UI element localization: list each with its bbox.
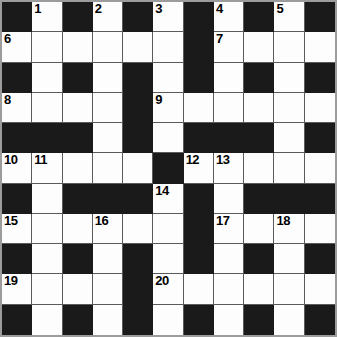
black-cell-r3c4: [123, 93, 153, 123]
black-cell-r0c8: [244, 2, 274, 32]
white-cell-r7c3[interactable]: 16: [93, 214, 123, 244]
white-cell-r5c0[interactable]: 10: [2, 153, 32, 183]
white-cell-r10c1[interactable]: [32, 305, 62, 335]
black-cell-r2c10: [305, 63, 335, 93]
white-cell-r7c1[interactable]: [32, 214, 62, 244]
white-cell-r4c3[interactable]: [93, 123, 123, 153]
clue-number-9: 9: [155, 93, 162, 107]
black-cell-r5c5: [153, 153, 183, 183]
black-cell-r0c10: [305, 2, 335, 32]
white-cell-r0c3[interactable]: 2: [93, 2, 123, 32]
white-cell-r6c5[interactable]: 14: [153, 184, 183, 214]
black-cell-r4c7: [214, 123, 244, 153]
white-cell-r1c3[interactable]: [93, 32, 123, 62]
white-cell-r5c6[interactable]: 12: [184, 153, 214, 183]
white-cell-r5c7[interactable]: 13: [214, 153, 244, 183]
black-cell-r0c4: [123, 2, 153, 32]
clue-number-16: 16: [95, 214, 108, 228]
white-cell-r1c7[interactable]: 7: [214, 32, 244, 62]
black-cell-r8c10: [305, 244, 335, 274]
clue-number-12: 12: [186, 153, 199, 167]
clue-number-14: 14: [155, 184, 168, 198]
black-cell-r2c6: [184, 63, 214, 93]
black-cell-r10c0: [2, 305, 32, 335]
white-cell-r5c4[interactable]: [123, 153, 153, 183]
clue-number-1: 1: [34, 2, 41, 16]
black-cell-r2c4: [123, 63, 153, 93]
black-cell-r6c2: [63, 184, 93, 214]
black-cell-r6c3: [93, 184, 123, 214]
black-cell-r4c4: [123, 123, 153, 153]
black-cell-r10c10: [305, 305, 335, 335]
white-cell-r9c9[interactable]: [274, 274, 304, 304]
white-cell-r7c5[interactable]: [153, 214, 183, 244]
white-cell-r6c1[interactable]: [32, 184, 62, 214]
black-cell-r4c6: [184, 123, 214, 153]
black-cell-r10c8: [244, 305, 274, 335]
clue-number-17: 17: [216, 214, 229, 228]
black-cell-r8c2: [63, 244, 93, 274]
white-cell-r3c8[interactable]: [244, 93, 274, 123]
white-cell-r7c10[interactable]: [305, 214, 335, 244]
white-cell-r3c2[interactable]: [63, 93, 93, 123]
black-cell-r0c0: [2, 2, 32, 32]
white-cell-r0c5[interactable]: 3: [153, 2, 183, 32]
white-cell-r3c10[interactable]: [305, 93, 335, 123]
white-cell-r4c9[interactable]: [274, 123, 304, 153]
white-cell-r0c9[interactable]: 5: [274, 2, 304, 32]
clue-number-15: 15: [4, 214, 17, 228]
black-cell-r9c4: [123, 274, 153, 304]
black-cell-r8c4: [123, 244, 153, 274]
white-cell-r9c8[interactable]: [244, 274, 274, 304]
white-cell-r9c10[interactable]: [305, 274, 335, 304]
clue-number-6: 6: [4, 32, 11, 46]
white-cell-r1c8[interactable]: [244, 32, 274, 62]
white-cell-r7c9[interactable]: 18: [274, 214, 304, 244]
white-cell-r3c7[interactable]: [214, 93, 244, 123]
black-cell-r0c2: [63, 2, 93, 32]
white-cell-r3c3[interactable]: [93, 93, 123, 123]
white-cell-r3c5[interactable]: 9: [153, 93, 183, 123]
clue-number-3: 3: [155, 2, 162, 16]
white-cell-r10c9[interactable]: [274, 305, 304, 335]
black-cell-r4c0: [2, 123, 32, 153]
white-cell-r7c8[interactable]: [244, 214, 274, 244]
white-cell-r1c0[interactable]: 6: [2, 32, 32, 62]
white-cell-r2c3[interactable]: [93, 63, 123, 93]
black-cell-r6c9: [274, 184, 304, 214]
white-cell-r9c7[interactable]: [214, 274, 244, 304]
white-cell-r5c9[interactable]: [274, 153, 304, 183]
black-cell-r1c6: [184, 32, 214, 62]
white-cell-r5c2[interactable]: [63, 153, 93, 183]
white-cell-r9c3[interactable]: [93, 274, 123, 304]
white-cell-r7c4[interactable]: [123, 214, 153, 244]
white-cell-r2c1[interactable]: [32, 63, 62, 93]
white-cell-r3c6[interactable]: [184, 93, 214, 123]
white-cell-r4c5[interactable]: [153, 123, 183, 153]
black-cell-r6c8: [244, 184, 274, 214]
black-cell-r2c2: [63, 63, 93, 93]
black-cell-r6c4: [123, 184, 153, 214]
black-cell-r8c8: [244, 244, 274, 274]
white-cell-r1c1[interactable]: [32, 32, 62, 62]
black-cell-r6c10: [305, 184, 335, 214]
white-cell-r5c3[interactable]: [93, 153, 123, 183]
white-cell-r1c10[interactable]: [305, 32, 335, 62]
black-cell-r4c2: [63, 123, 93, 153]
white-cell-r8c5[interactable]: [153, 244, 183, 274]
white-cell-r7c0[interactable]: 15: [2, 214, 32, 244]
black-cell-r6c0: [2, 184, 32, 214]
crossword-board: 1234567891011121314151617181920: [0, 0, 337, 337]
white-cell-r3c0[interactable]: 8: [2, 93, 32, 123]
black-cell-r6c6: [184, 184, 214, 214]
clue-number-20: 20: [155, 274, 168, 288]
black-cell-r4c8: [244, 123, 274, 153]
white-cell-r10c3[interactable]: [93, 305, 123, 335]
white-cell-r6c7[interactable]: [214, 184, 244, 214]
white-cell-r10c5[interactable]: [153, 305, 183, 335]
white-cell-r9c6[interactable]: [184, 274, 214, 304]
white-cell-r3c9[interactable]: [274, 93, 304, 123]
white-cell-r1c4[interactable]: [123, 32, 153, 62]
white-cell-r1c2[interactable]: [63, 32, 93, 62]
black-cell-r10c4: [123, 305, 153, 335]
white-cell-r9c1[interactable]: [32, 274, 62, 304]
black-cell-r8c0: [2, 244, 32, 274]
black-cell-r4c10: [305, 123, 335, 153]
white-cell-r8c9[interactable]: [274, 244, 304, 274]
black-cell-r7c6: [184, 214, 214, 244]
white-cell-r9c0[interactable]: 19: [2, 274, 32, 304]
white-cell-r8c1[interactable]: [32, 244, 62, 274]
clue-number-5: 5: [276, 2, 283, 16]
clue-number-19: 19: [4, 274, 17, 288]
clue-number-11: 11: [34, 153, 47, 167]
white-cell-r1c9[interactable]: [274, 32, 304, 62]
white-cell-r2c5[interactable]: [153, 63, 183, 93]
clue-number-10: 10: [4, 153, 17, 167]
clue-number-4: 4: [216, 2, 223, 16]
black-cell-r10c6: [184, 305, 214, 335]
white-cell-r5c1[interactable]: 11: [32, 153, 62, 183]
white-cell-r8c3[interactable]: [93, 244, 123, 274]
black-cell-r4c1: [32, 123, 62, 153]
white-cell-r9c2[interactable]: [63, 274, 93, 304]
white-cell-r5c10[interactable]: [305, 153, 335, 183]
black-cell-r2c8: [244, 63, 274, 93]
white-cell-r0c7[interactable]: 4: [214, 2, 244, 32]
white-cell-r1c5[interactable]: [153, 32, 183, 62]
black-cell-r8c6: [184, 244, 214, 274]
clue-number-8: 8: [4, 93, 11, 107]
clue-number-13: 13: [216, 153, 229, 167]
white-cell-r7c7[interactable]: 17: [214, 214, 244, 244]
white-cell-r9c5[interactable]: 20: [153, 274, 183, 304]
white-cell-r10c7[interactable]: [214, 305, 244, 335]
clue-number-2: 2: [95, 2, 102, 16]
black-cell-r0c6: [184, 2, 214, 32]
white-cell-r7c2[interactable]: [63, 214, 93, 244]
black-cell-r2c0: [2, 63, 32, 93]
white-cell-r3c1[interactable]: [32, 93, 62, 123]
black-cell-r10c2: [63, 305, 93, 335]
white-cell-r8c7[interactable]: [214, 244, 244, 274]
clue-number-18: 18: [276, 214, 289, 228]
white-cell-r5c8[interactable]: [244, 153, 274, 183]
white-cell-r2c7[interactable]: [214, 63, 244, 93]
white-cell-r0c1[interactable]: 1: [32, 2, 62, 32]
clue-number-7: 7: [216, 32, 223, 46]
white-cell-r2c9[interactable]: [274, 63, 304, 93]
